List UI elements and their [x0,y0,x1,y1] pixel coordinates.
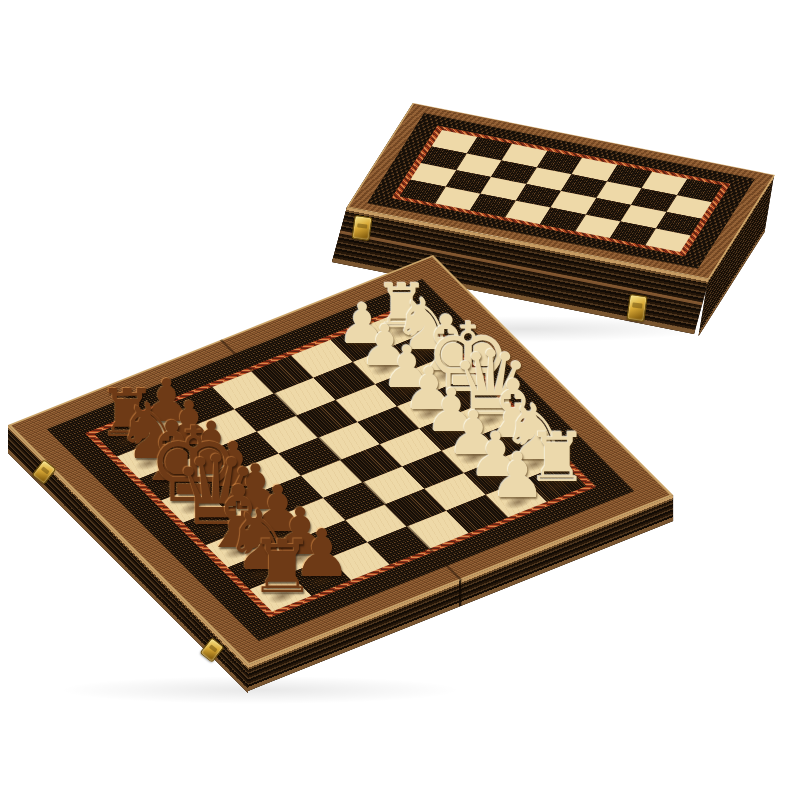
square-a2: ♟ [486,479,547,517]
black-rook-a8: ♜ [250,530,316,603]
board-fold-gap [459,580,461,607]
brass-clasp-left [351,215,372,241]
brass-clasp-right [626,294,647,322]
square-a8: ♜ [250,574,311,612]
product-photo-scene: ♜♟♟♜♞♟♟♞♝♟♟♝♚♟♟♚♛♟♟♛♝♟♟♝♞♟♟♞♜♟♟♜ [0,0,800,800]
white-pawn-a2: ♟ [490,445,546,507]
